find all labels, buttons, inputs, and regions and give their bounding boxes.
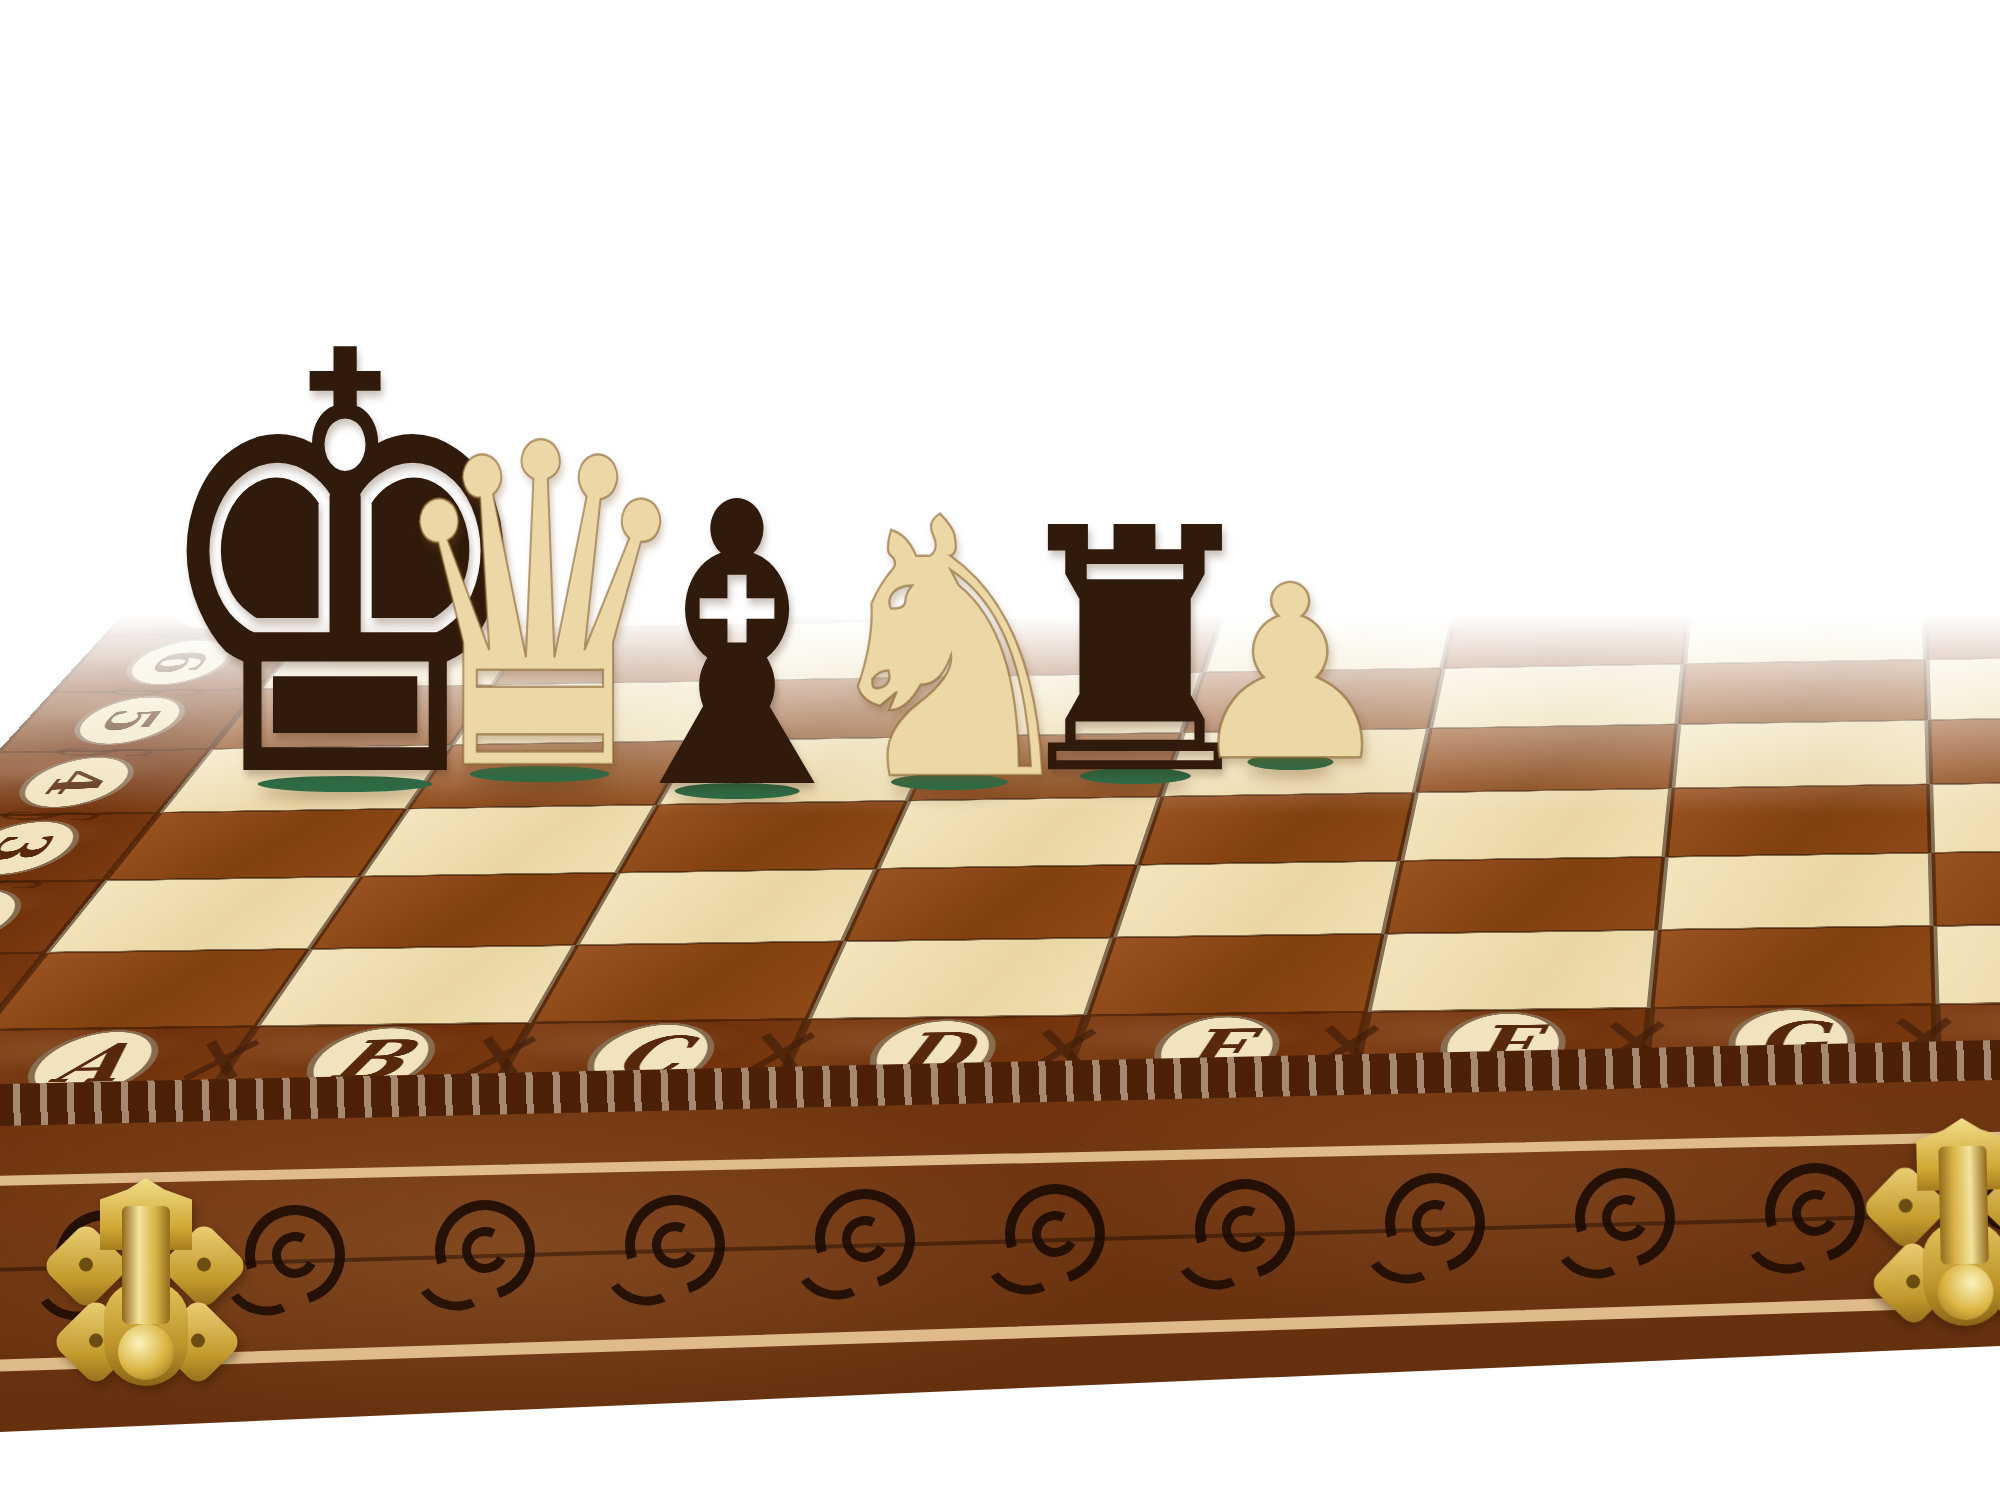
chess-box-photo: ABCDEFGH8877665544332211ABCDEFGH <box>0 0 2000 1500</box>
piece-light-pawn: ♟ <box>1182 554 1397 763</box>
pieces-layer: ♚♛♝♞♜♟ <box>0 0 2000 1500</box>
pawn-glyph-icon: ♟ <box>1182 554 1397 794</box>
